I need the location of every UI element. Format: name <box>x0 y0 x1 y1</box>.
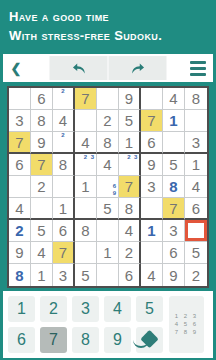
cell-r8c2[interactable]: 4 <box>31 242 53 264</box>
pencil-digit: 2 <box>82 154 89 161</box>
cell-r9c6[interactable]: 6 <box>119 264 141 286</box>
cell-r4c7[interactable]: 9 <box>141 154 163 176</box>
cell-r7c4[interactable]: 8 <box>75 220 97 242</box>
cell-r9c8[interactable]: 9 <box>163 264 185 286</box>
cell-r5c1[interactable] <box>9 176 31 198</box>
pencil-marks: 23 <box>75 154 96 175</box>
pencil-toggle-digits: 1 2 3 <box>175 313 198 320</box>
cell-r3c1[interactable]: 7 <box>9 132 31 154</box>
cell-r5c7[interactable]: 3 <box>141 176 163 198</box>
undo-redo-group <box>50 56 167 80</box>
cell-r7c1[interactable]: 2 <box>9 220 31 242</box>
cell-r2c1[interactable]: 3 <box>9 110 31 132</box>
key-2[interactable]: 2 <box>40 296 67 322</box>
cell-r1c7[interactable] <box>141 88 163 110</box>
cell-r6c1[interactable]: 4 <box>9 198 31 220</box>
sudoku-board: 6279483842571792481636782342395121697384… <box>7 86 209 288</box>
number-keys: 123456789 <box>8 296 163 353</box>
cell-r8c6[interactable]: 2 <box>119 242 141 264</box>
cell-r8c7[interactable] <box>141 242 163 264</box>
cell-r2c9[interactable] <box>185 110 207 132</box>
eraser-button[interactable] <box>136 327 163 353</box>
board-area: 6279483842571792481636782342395121697384… <box>0 82 216 291</box>
redo-button[interactable] <box>109 56 167 80</box>
cell-r4c3[interactable]: 8 <box>53 154 75 176</box>
undo-button[interactable] <box>50 56 108 80</box>
cell-r9c4[interactable]: 5 <box>75 264 97 286</box>
cell-r7c5[interactable] <box>97 220 119 242</box>
cell-r4c8[interactable]: 5 <box>163 154 185 176</box>
cell-r8c8[interactable]: 6 <box>163 242 185 264</box>
hamburger-icon <box>190 67 206 70</box>
menu-button[interactable] <box>183 55 213 81</box>
cell-r6c8[interactable]: 7 <box>163 198 185 220</box>
pencil-marks: 2 <box>53 132 73 152</box>
cell-r5c5[interactable]: 69 <box>97 176 119 198</box>
cell-r1c3[interactable]: 2 <box>53 88 75 110</box>
cell-r4c6[interactable]: 23 <box>119 154 141 176</box>
undo-icon <box>70 60 87 77</box>
cell-r6c9[interactable]: 6 <box>185 198 207 220</box>
cell-r1c2[interactable]: 6 <box>31 88 53 110</box>
key-5[interactable]: 5 <box>136 296 163 322</box>
cell-r2c3[interactable]: 4 <box>53 110 75 132</box>
cell-r7c3[interactable]: 6 <box>53 220 75 242</box>
cell-r3c9[interactable]: 3 <box>185 132 207 154</box>
cell-r1c8[interactable]: 4 <box>163 88 185 110</box>
pencil-digit: 2 <box>60 88 67 95</box>
cell-r1c5[interactable] <box>97 88 119 110</box>
cell-r6c4[interactable] <box>75 198 97 220</box>
key-8[interactable]: 8 <box>72 327 99 353</box>
cell-r5c9[interactable]: 4 <box>185 176 207 198</box>
pencil-digit: 6 <box>111 183 118 190</box>
back-button[interactable]: ❮ <box>3 55 29 81</box>
cell-r2c5[interactable]: 2 <box>97 110 119 132</box>
pencil-digit: 3 <box>89 154 96 161</box>
cell-r8c9[interactable]: 5 <box>185 242 207 264</box>
cell-r6c5[interactable]: 5 <box>97 198 119 220</box>
cell-r3c6[interactable]: 1 <box>119 132 141 154</box>
back-chevron-icon: ❮ <box>11 61 22 76</box>
cell-r2c6[interactable]: 5 <box>119 110 141 132</box>
key-3[interactable]: 3 <box>72 296 99 322</box>
cell-r6c7[interactable] <box>141 198 163 220</box>
key-7[interactable]: 7 <box>40 327 67 353</box>
cell-r8c4[interactable] <box>75 242 97 264</box>
ad-banner-line1: Have a good time <box>9 7 207 26</box>
cell-r7c2[interactable]: 5 <box>31 220 53 242</box>
pencil-marks: 23 <box>119 154 139 175</box>
pencil-digit: 3 <box>132 154 139 161</box>
cell-r7c7[interactable]: 1 <box>141 220 163 242</box>
cell-r3c2[interactable]: 9 <box>31 132 53 154</box>
cell-r1c4[interactable]: 7 <box>75 88 97 110</box>
cell-r5c4[interactable]: 1 <box>75 176 97 198</box>
cell-r8c5[interactable]: 1 <box>97 242 119 264</box>
cell-r2c7[interactable]: 7 <box>141 110 163 132</box>
cell-r3c8[interactable] <box>163 132 185 154</box>
pencil-marks: 69 <box>97 176 118 197</box>
cell-r8c3[interactable]: 7 <box>53 242 75 264</box>
pencil-digit: 9 <box>111 190 118 197</box>
ad-banner-line2: With stress-free Sudoku. <box>9 26 207 45</box>
cell-r1c1[interactable] <box>9 88 31 110</box>
cell-r7c6[interactable]: 4 <box>119 220 141 242</box>
key-1[interactable]: 1 <box>8 296 35 322</box>
cell-r9c5[interactable] <box>97 264 119 286</box>
cell-r1c9[interactable]: 8 <box>185 88 207 110</box>
cell-r9c7[interactable]: 4 <box>141 264 163 286</box>
cell-r3c7[interactable]: 6 <box>141 132 163 154</box>
key-6[interactable]: 6 <box>8 327 35 353</box>
pencil-mode-toggle[interactable]: 1 2 34 5 67 8 9 <box>169 296 204 353</box>
cell-r9c1[interactable]: 8 <box>9 264 31 286</box>
cell-r6c2[interactable] <box>31 198 53 220</box>
pencil-toggle-digits: 7 8 9 <box>175 329 198 336</box>
cell-r6c3[interactable]: 1 <box>53 198 75 220</box>
cell-r3c3[interactable]: 2 <box>53 132 75 154</box>
cell-r3c4[interactable]: 4 <box>75 132 97 154</box>
key-9[interactable]: 9 <box>104 327 131 353</box>
cell-r5c6[interactable]: 7 <box>119 176 141 198</box>
cell-r6c6[interactable]: 8 <box>119 198 141 220</box>
cell-r1c6[interactable]: 9 <box>119 88 141 110</box>
pencil-digit: 2 <box>60 132 67 139</box>
cell-r9c9[interactable]: 2 <box>185 264 207 286</box>
cell-r7c8[interactable]: 3 <box>163 220 185 242</box>
cell-r4c1[interactable]: 6 <box>9 154 31 176</box>
cell-r9c2[interactable]: 1 <box>31 264 53 286</box>
redo-icon <box>129 60 146 77</box>
cell-r4c9[interactable]: 1 <box>185 154 207 176</box>
cell-r7c9[interactable] <box>185 220 207 242</box>
cell-r5c8[interactable]: 8 <box>163 176 185 198</box>
key-4[interactable]: 4 <box>104 296 131 322</box>
cell-r4c5[interactable]: 4 <box>97 154 119 176</box>
cell-r3c5[interactable]: 8 <box>97 132 119 154</box>
toolbar: ❮ <box>3 54 213 82</box>
cell-r5c3[interactable] <box>53 176 75 198</box>
cell-r9c3[interactable]: 3 <box>53 264 75 286</box>
cell-r2c8[interactable]: 1 <box>163 110 185 132</box>
cell-r8c1[interactable]: 9 <box>9 242 31 264</box>
hamburger-icon <box>190 73 206 76</box>
cell-r4c2[interactable]: 7 <box>31 154 53 176</box>
number-pad: 123456789 1 2 34 5 67 8 9 <box>3 291 213 358</box>
pencil-digit: 2 <box>126 154 133 161</box>
pencil-marks: 2 <box>53 88 73 109</box>
hamburger-icon <box>190 61 206 64</box>
ad-banner[interactable]: Have a good time With stress-free Sudoku… <box>0 0 216 54</box>
cell-r2c2[interactable]: 8 <box>31 110 53 132</box>
cell-r2c4[interactable] <box>75 110 97 132</box>
eraser-icon <box>140 329 158 347</box>
cell-r4c4[interactable]: 23 <box>75 154 97 176</box>
cell-r5c2[interactable]: 2 <box>31 176 53 198</box>
pencil-toggle-digits: 4 5 6 <box>175 321 198 328</box>
